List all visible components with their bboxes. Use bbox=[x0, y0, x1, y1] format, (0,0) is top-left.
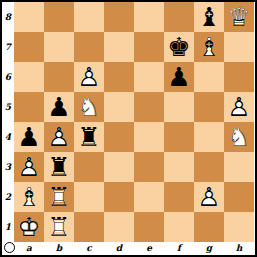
file-label-g: g bbox=[194, 242, 224, 255]
rank-label-7: 7 bbox=[2, 32, 14, 62]
square-c4[interactable]: ♜ bbox=[74, 122, 104, 152]
square-a1[interactable]: ♚♔ bbox=[14, 212, 44, 242]
square-c7[interactable] bbox=[74, 32, 104, 62]
square-c1[interactable] bbox=[74, 212, 104, 242]
square-e6[interactable] bbox=[134, 62, 164, 92]
white-knight[interactable]: ♞♘ bbox=[224, 122, 254, 152]
square-b6[interactable] bbox=[44, 62, 74, 92]
rank-label-1: 1 bbox=[2, 212, 14, 242]
square-d1[interactable] bbox=[104, 212, 134, 242]
white-pawn[interactable]: ♟♙ bbox=[44, 122, 74, 152]
file-label-h: h bbox=[224, 242, 254, 255]
white-rook[interactable]: ♜♖ bbox=[44, 182, 74, 212]
rank-label-8: 8 bbox=[2, 2, 14, 32]
square-d7[interactable] bbox=[104, 32, 134, 62]
square-a8[interactable] bbox=[14, 2, 44, 32]
rank-label-4: 4 bbox=[2, 122, 14, 152]
square-f8[interactable] bbox=[164, 2, 194, 32]
square-g5[interactable] bbox=[194, 92, 224, 122]
square-e7[interactable] bbox=[134, 32, 164, 62]
square-f6[interactable]: ♟ bbox=[164, 62, 194, 92]
square-b2[interactable]: ♜♖ bbox=[44, 182, 74, 212]
file-label-c: c bbox=[74, 242, 104, 255]
square-e2[interactable] bbox=[134, 182, 164, 212]
square-c8[interactable] bbox=[74, 2, 104, 32]
square-a7[interactable] bbox=[14, 32, 44, 62]
square-e1[interactable] bbox=[134, 212, 164, 242]
square-e5[interactable] bbox=[134, 92, 164, 122]
white-pawn[interactable]: ♟♙ bbox=[14, 152, 44, 182]
square-f5[interactable] bbox=[164, 92, 194, 122]
square-a6[interactable] bbox=[14, 62, 44, 92]
square-a3[interactable]: ♟♙ bbox=[14, 152, 44, 182]
square-g4[interactable] bbox=[194, 122, 224, 152]
square-h1[interactable] bbox=[224, 212, 254, 242]
white-to-move-indicator bbox=[4, 242, 15, 253]
white-bishop[interactable]: ♝♗ bbox=[194, 32, 224, 62]
black-pawn[interactable]: ♟ bbox=[44, 92, 74, 122]
white-knight[interactable]: ♞♘ bbox=[74, 92, 104, 122]
rank-label-3: 3 bbox=[2, 152, 14, 182]
rank-label-5: 5 bbox=[2, 92, 14, 122]
square-g2[interactable]: ♟♙ bbox=[194, 182, 224, 212]
square-b1[interactable]: ♜♖ bbox=[44, 212, 74, 242]
square-f3[interactable] bbox=[164, 152, 194, 182]
square-h5[interactable]: ♟♙ bbox=[224, 92, 254, 122]
square-e8[interactable] bbox=[134, 2, 164, 32]
square-c3[interactable] bbox=[74, 152, 104, 182]
square-f2[interactable] bbox=[164, 182, 194, 212]
square-b8[interactable] bbox=[44, 2, 74, 32]
board-corner bbox=[2, 242, 14, 255]
white-king[interactable]: ♚♔ bbox=[14, 212, 44, 242]
file-label-a: a bbox=[14, 242, 44, 255]
square-f1[interactable] bbox=[164, 212, 194, 242]
file-labels: a b c d e f g h bbox=[14, 242, 254, 255]
file-label-d: d bbox=[104, 242, 134, 255]
white-queen[interactable]: ♛♕ bbox=[224, 2, 254, 32]
square-c5[interactable]: ♞♘ bbox=[74, 92, 104, 122]
square-h3[interactable] bbox=[224, 152, 254, 182]
square-b3[interactable]: ♜ bbox=[44, 152, 74, 182]
white-pawn[interactable]: ♟♙ bbox=[194, 182, 224, 212]
square-g1[interactable] bbox=[194, 212, 224, 242]
square-g6[interactable] bbox=[194, 62, 224, 92]
file-label-e: e bbox=[134, 242, 164, 255]
square-h2[interactable] bbox=[224, 182, 254, 212]
square-e4[interactable] bbox=[134, 122, 164, 152]
square-b4[interactable]: ♟♙ bbox=[44, 122, 74, 152]
square-g8[interactable]: ♝ bbox=[194, 2, 224, 32]
square-c6[interactable]: ♟♙ bbox=[74, 62, 104, 92]
square-d6[interactable] bbox=[104, 62, 134, 92]
file-label-b: b bbox=[44, 242, 74, 255]
square-h4[interactable]: ♞♘ bbox=[224, 122, 254, 152]
white-pawn[interactable]: ♟♙ bbox=[224, 92, 254, 122]
square-f4[interactable] bbox=[164, 122, 194, 152]
black-rook[interactable]: ♜ bbox=[74, 122, 104, 152]
square-h6[interactable] bbox=[224, 62, 254, 92]
black-pawn[interactable]: ♟ bbox=[14, 122, 44, 152]
square-f7[interactable]: ♚ bbox=[164, 32, 194, 62]
rank-labels: 8 7 6 5 4 3 2 1 bbox=[2, 2, 14, 242]
black-king[interactable]: ♚ bbox=[164, 32, 194, 62]
square-d3[interactable] bbox=[104, 152, 134, 182]
chess-board: ♝♛♕♚♝♗♟♙♟♟♞♘♟♙♟♟♙♜♞♘♟♙♜♝♗♜♖♟♙♚♔♜♖ bbox=[14, 2, 254, 242]
square-h8[interactable]: ♛♕ bbox=[224, 2, 254, 32]
square-a2[interactable]: ♝♗ bbox=[14, 182, 44, 212]
square-d2[interactable] bbox=[104, 182, 134, 212]
black-pawn[interactable]: ♟ bbox=[164, 62, 194, 92]
square-b7[interactable] bbox=[44, 32, 74, 62]
rank-label-2: 2 bbox=[2, 182, 14, 212]
chess-diagram: 8 7 6 5 4 3 2 1 ♝♛♕♚♝♗♟♙♟♟♞♘♟♙♟♟♙♜♞♘♟♙♜♝… bbox=[0, 0, 257, 257]
white-rook[interactable]: ♜♖ bbox=[44, 212, 74, 242]
square-a5[interactable] bbox=[14, 92, 44, 122]
square-c2[interactable] bbox=[74, 182, 104, 212]
square-a4[interactable]: ♟ bbox=[14, 122, 44, 152]
white-pawn[interactable]: ♟♙ bbox=[74, 62, 104, 92]
square-b5[interactable]: ♟ bbox=[44, 92, 74, 122]
square-g3[interactable] bbox=[194, 152, 224, 182]
black-bishop[interactable]: ♝ bbox=[194, 2, 224, 32]
square-g7[interactable]: ♝♗ bbox=[194, 32, 224, 62]
square-h7[interactable] bbox=[224, 32, 254, 62]
rank-label-6: 6 bbox=[2, 62, 14, 92]
square-d5[interactable] bbox=[104, 92, 134, 122]
black-rook[interactable]: ♜ bbox=[44, 152, 74, 182]
square-e3[interactable] bbox=[134, 152, 164, 182]
square-d4[interactable] bbox=[104, 122, 134, 152]
white-bishop[interactable]: ♝♗ bbox=[14, 182, 44, 212]
file-label-f: f bbox=[164, 242, 194, 255]
square-d8[interactable] bbox=[104, 2, 134, 32]
